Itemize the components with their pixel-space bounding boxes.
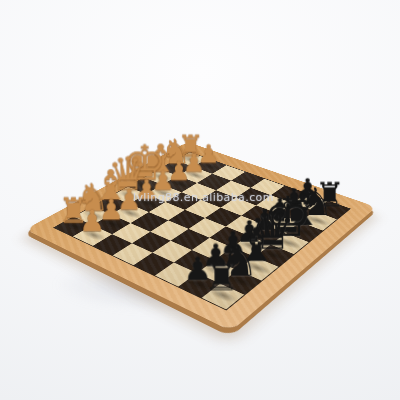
square-h4 (231, 172, 265, 188)
square-d3 (148, 202, 184, 221)
square-h2 (193, 159, 226, 174)
square-f2 (163, 176, 197, 192)
square-h3 (212, 165, 245, 181)
chess-board: ♜♞♝♛♚♝♞♜♟♟♟♟♟♟♟♟♟♟♟♟♟♟♟♟♜♞♝♛♚♝♞♜ (25, 142, 376, 331)
white-pawn-icon: ♟ (61, 207, 123, 236)
square-h1 (175, 152, 207, 167)
square-g2 (178, 167, 211, 183)
black-rook-icon: ♜ (186, 257, 256, 297)
product-photo-stage: ♜♞♝♛♚♝♞♜♟♟♟♟♟♟♟♟♟♟♟♟♟♟♟♟♜♞♝♛♚♝♞♜ lvling8… (0, 0, 400, 400)
square-g1 (160, 160, 193, 175)
watermark-text: lvling88.en.alibaba.com (133, 191, 274, 204)
square-f1 (144, 169, 178, 185)
square-g3 (197, 174, 231, 190)
